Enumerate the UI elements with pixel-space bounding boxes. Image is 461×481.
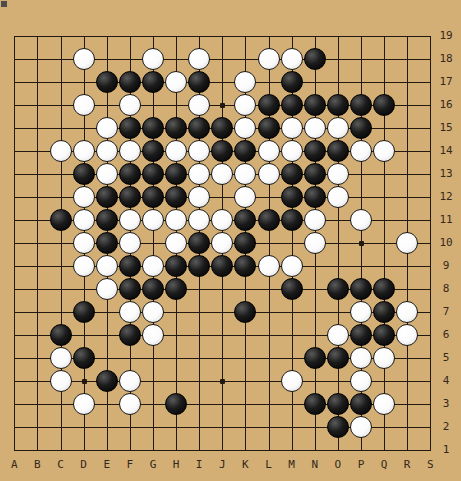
white-stone-n15 <box>304 117 326 139</box>
white-stone-o13 <box>327 163 349 185</box>
white-stone-c14 <box>50 140 72 162</box>
row-label-13: 13 <box>435 168 457 180</box>
black-stone-p15 <box>350 117 372 139</box>
black-stone-k9 <box>234 255 256 277</box>
black-stone-h13 <box>165 163 187 185</box>
white-stone-g6 <box>142 324 164 346</box>
white-stone-m14 <box>281 140 303 162</box>
black-stone-m12 <box>281 186 303 208</box>
black-stone-m8 <box>281 278 303 300</box>
white-stone-k13 <box>234 163 256 185</box>
black-stone-n16 <box>304 94 326 116</box>
black-stone-h12 <box>165 186 187 208</box>
white-stone-q5 <box>373 347 395 369</box>
col-label-h: H <box>167 459 185 471</box>
black-stone-h3 <box>165 393 187 415</box>
black-stone-q16 <box>373 94 395 116</box>
white-stone-e15 <box>96 117 118 139</box>
black-stone-o16 <box>327 94 349 116</box>
grid-vline <box>430 36 431 451</box>
grid-vline <box>153 36 154 451</box>
col-label-q: Q <box>375 459 393 471</box>
white-stone-h17 <box>165 71 187 93</box>
white-stone-p2 <box>350 416 372 438</box>
white-stone-e8 <box>96 278 118 300</box>
white-stone-q14 <box>373 140 395 162</box>
black-stone-o8 <box>327 278 349 300</box>
col-label-g: G <box>144 459 162 471</box>
white-stone-j13 <box>211 163 233 185</box>
white-stone-p5 <box>350 347 372 369</box>
white-stone-l14 <box>258 140 280 162</box>
black-stone-m16 <box>281 94 303 116</box>
black-stone-l15 <box>258 117 280 139</box>
star-point-p10 <box>359 241 364 246</box>
black-stone-m17 <box>281 71 303 93</box>
black-stone-h9 <box>165 255 187 277</box>
row-label-18: 18 <box>435 53 457 65</box>
grid-vline <box>37 36 38 451</box>
black-stone-j15 <box>211 117 233 139</box>
row-label-11: 11 <box>435 214 457 226</box>
row-label-1: 1 <box>435 444 457 456</box>
white-stone-h14 <box>165 140 187 162</box>
white-stone-g11 <box>142 209 164 231</box>
col-label-a: A <box>5 459 23 471</box>
black-stone-g14 <box>142 140 164 162</box>
col-label-d: D <box>75 459 93 471</box>
black-stone-i17 <box>188 71 210 93</box>
black-stone-p16 <box>350 94 372 116</box>
black-stone-q6 <box>373 324 395 346</box>
black-stone-h8 <box>165 278 187 300</box>
black-stone-k14 <box>234 140 256 162</box>
white-stone-f4 <box>119 370 141 392</box>
white-stone-f14 <box>119 140 141 162</box>
white-stone-g9 <box>142 255 164 277</box>
white-stone-i16 <box>188 94 210 116</box>
black-stone-d7 <box>73 301 95 323</box>
col-label-p: P <box>352 459 370 471</box>
white-stone-h10 <box>165 232 187 254</box>
col-label-l: L <box>260 459 278 471</box>
black-stone-k11 <box>234 209 256 231</box>
row-label-17: 17 <box>435 76 457 88</box>
black-stone-i15 <box>188 117 210 139</box>
black-stone-e4 <box>96 370 118 392</box>
white-stone-k17 <box>234 71 256 93</box>
white-stone-i11 <box>188 209 210 231</box>
white-stone-k12 <box>234 186 256 208</box>
col-label-k: K <box>236 459 254 471</box>
white-stone-j11 <box>211 209 233 231</box>
white-stone-m15 <box>281 117 303 139</box>
white-stone-k16 <box>234 94 256 116</box>
white-stone-e14 <box>96 140 118 162</box>
row-label-15: 15 <box>435 122 457 134</box>
white-stone-f7 <box>119 301 141 323</box>
row-label-5: 5 <box>435 352 457 364</box>
black-stone-f17 <box>119 71 141 93</box>
black-stone-f12 <box>119 186 141 208</box>
col-label-j: J <box>213 459 231 471</box>
col-label-m: M <box>283 459 301 471</box>
black-stone-k7 <box>234 301 256 323</box>
white-stone-d3 <box>73 393 95 415</box>
white-stone-i12 <box>188 186 210 208</box>
black-stone-g13 <box>142 163 164 185</box>
black-stone-o3 <box>327 393 349 415</box>
black-stone-j14 <box>211 140 233 162</box>
white-stone-d10 <box>73 232 95 254</box>
white-stone-d14 <box>73 140 95 162</box>
black-stone-g12 <box>142 186 164 208</box>
white-stone-i14 <box>188 140 210 162</box>
white-stone-l18 <box>258 48 280 70</box>
black-stone-f8 <box>119 278 141 300</box>
white-stone-e13 <box>96 163 118 185</box>
black-stone-j9 <box>211 255 233 277</box>
star-point-j16 <box>220 103 225 108</box>
white-stone-r10 <box>396 232 418 254</box>
black-stone-l11 <box>258 209 280 231</box>
white-stone-n10 <box>304 232 326 254</box>
white-stone-e9 <box>96 255 118 277</box>
black-stone-n3 <box>304 393 326 415</box>
black-stone-q8 <box>373 278 395 300</box>
black-stone-p8 <box>350 278 372 300</box>
black-stone-e10 <box>96 232 118 254</box>
white-stone-d12 <box>73 186 95 208</box>
black-stone-d13 <box>73 163 95 185</box>
black-stone-o2 <box>327 416 349 438</box>
white-stone-f11 <box>119 209 141 231</box>
white-stone-f3 <box>119 393 141 415</box>
black-stone-i10 <box>188 232 210 254</box>
white-stone-c5 <box>50 347 72 369</box>
black-stone-f15 <box>119 117 141 139</box>
black-stone-n5 <box>304 347 326 369</box>
black-stone-q7 <box>373 301 395 323</box>
white-stone-d18 <box>73 48 95 70</box>
white-stone-p7 <box>350 301 372 323</box>
grid-vline <box>14 36 15 451</box>
white-stone-p4 <box>350 370 372 392</box>
black-stone-e12 <box>96 186 118 208</box>
white-stone-d9 <box>73 255 95 277</box>
white-stone-p14 <box>350 140 372 162</box>
black-stone-d5 <box>73 347 95 369</box>
white-stone-m9 <box>281 255 303 277</box>
black-stone-g8 <box>142 278 164 300</box>
screen-corner-artifact <box>1 1 7 7</box>
col-label-o: O <box>329 459 347 471</box>
row-label-8: 8 <box>435 283 457 295</box>
white-stone-m4 <box>281 370 303 392</box>
star-point-j4 <box>220 379 225 384</box>
black-stone-l16 <box>258 94 280 116</box>
col-label-i: I <box>190 459 208 471</box>
col-label-c: C <box>52 459 70 471</box>
white-stone-i13 <box>188 163 210 185</box>
row-label-16: 16 <box>435 99 457 111</box>
row-label-7: 7 <box>435 306 457 318</box>
black-stone-n18 <box>304 48 326 70</box>
white-stone-f10 <box>119 232 141 254</box>
white-stone-p11 <box>350 209 372 231</box>
black-stone-o5 <box>327 347 349 369</box>
black-stone-e17 <box>96 71 118 93</box>
col-label-s: S <box>421 459 439 471</box>
white-stone-f16 <box>119 94 141 116</box>
black-stone-c6 <box>50 324 72 346</box>
col-label-e: E <box>98 459 116 471</box>
white-stone-i18 <box>188 48 210 70</box>
row-label-6: 6 <box>435 329 457 341</box>
black-stone-o14 <box>327 140 349 162</box>
white-stone-d11 <box>73 209 95 231</box>
white-stone-r6 <box>396 324 418 346</box>
row-label-3: 3 <box>435 398 457 410</box>
star-point-d4 <box>82 379 87 384</box>
white-stone-j10 <box>211 232 233 254</box>
black-stone-p6 <box>350 324 372 346</box>
white-stone-o12 <box>327 186 349 208</box>
black-stone-g17 <box>142 71 164 93</box>
black-stone-f6 <box>119 324 141 346</box>
black-stone-m11 <box>281 209 303 231</box>
col-label-n: N <box>306 459 324 471</box>
row-label-14: 14 <box>435 145 457 157</box>
col-label-b: B <box>28 459 46 471</box>
white-stone-o6 <box>327 324 349 346</box>
black-stone-e11 <box>96 209 118 231</box>
black-stone-c11 <box>50 209 72 231</box>
black-stone-f13 <box>119 163 141 185</box>
col-label-r: R <box>398 459 416 471</box>
go-board[interactable]: ABCDEFGHIJKLMNOPQRS 19181716151413121110… <box>0 0 461 481</box>
row-label-4: 4 <box>435 375 457 387</box>
row-label-19: 19 <box>435 30 457 42</box>
row-label-9: 9 <box>435 260 457 272</box>
white-stone-h11 <box>165 209 187 231</box>
black-stone-i9 <box>188 255 210 277</box>
black-stone-g15 <box>142 117 164 139</box>
black-stone-n13 <box>304 163 326 185</box>
row-label-2: 2 <box>435 421 457 433</box>
black-stone-k10 <box>234 232 256 254</box>
row-label-10: 10 <box>435 237 457 249</box>
white-stone-g18 <box>142 48 164 70</box>
white-stone-g7 <box>142 301 164 323</box>
white-stone-n11 <box>304 209 326 231</box>
white-stone-o15 <box>327 117 349 139</box>
white-stone-q3 <box>373 393 395 415</box>
row-label-12: 12 <box>435 191 457 203</box>
black-stone-h15 <box>165 117 187 139</box>
white-stone-c4 <box>50 370 72 392</box>
white-stone-l13 <box>258 163 280 185</box>
white-stone-l9 <box>258 255 280 277</box>
white-stone-d16 <box>73 94 95 116</box>
col-label-f: F <box>121 459 139 471</box>
white-stone-r7 <box>396 301 418 323</box>
white-stone-k15 <box>234 117 256 139</box>
black-stone-m13 <box>281 163 303 185</box>
black-stone-f9 <box>119 255 141 277</box>
black-stone-p3 <box>350 393 372 415</box>
black-stone-n12 <box>304 186 326 208</box>
black-stone-n14 <box>304 140 326 162</box>
white-stone-m18 <box>281 48 303 70</box>
